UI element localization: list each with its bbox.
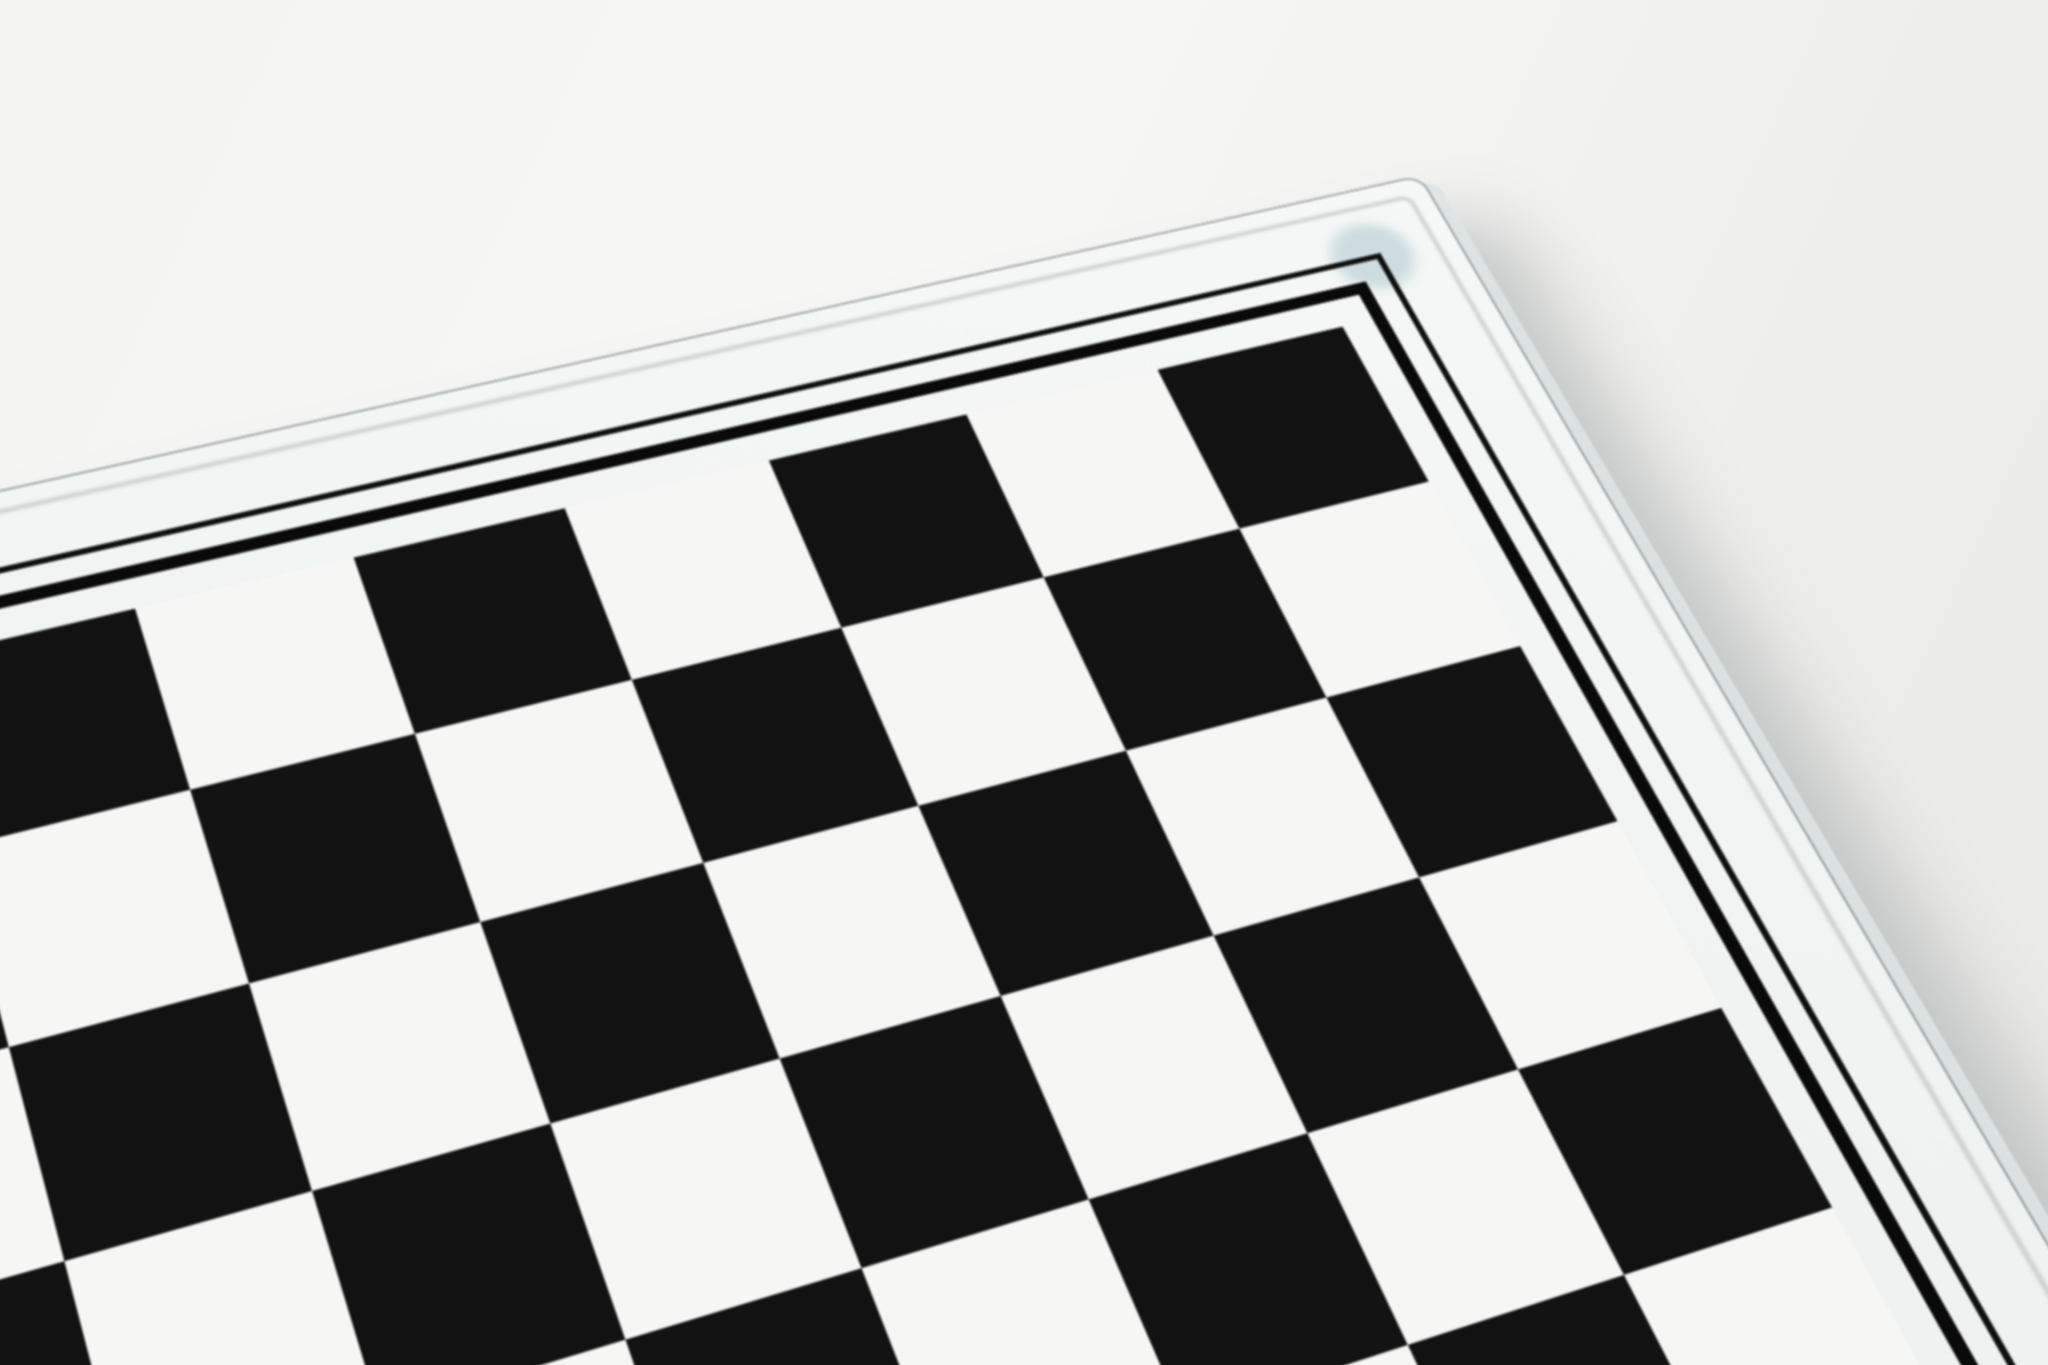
photo-canvas: { "game": "chess / checkers board (empty… xyxy=(0,0,2048,1365)
board-scene xyxy=(0,0,2048,1365)
glass-board-edge xyxy=(0,175,2048,1365)
chess-board xyxy=(0,175,2048,1365)
